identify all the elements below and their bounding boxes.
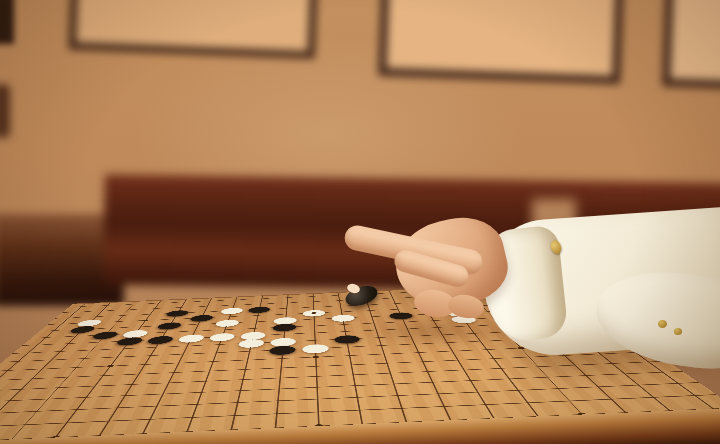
gold-bracelet-bead bbox=[658, 320, 667, 328]
gold-bracelet-bead bbox=[674, 328, 682, 335]
go-game-photo: ●●●●●●●●●●●●●●●●●●●●●●●●●●● bbox=[0, 0, 720, 444]
